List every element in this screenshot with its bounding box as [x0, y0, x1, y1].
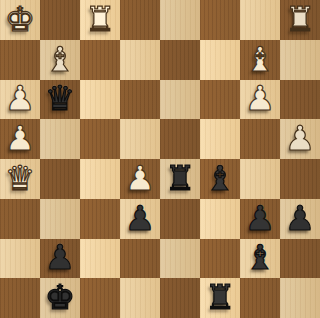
piece-white-bishop: ♝ — [245, 42, 275, 76]
square-h7[interactable] — [280, 40, 320, 80]
square-a8[interactable]: ♚ — [0, 0, 40, 40]
square-g2[interactable]: ♝ — [240, 239, 280, 279]
square-h3[interactable]: ♟ — [280, 199, 320, 239]
piece-black-rook: ♜ — [165, 161, 195, 195]
square-c2[interactable] — [80, 239, 120, 279]
square-g5[interactable] — [240, 119, 280, 159]
square-f2[interactable] — [200, 239, 240, 279]
square-a2[interactable] — [0, 239, 40, 279]
square-c5[interactable] — [80, 119, 120, 159]
square-b1[interactable]: ♚ — [40, 278, 80, 318]
piece-white-pawn: ♟ — [5, 81, 35, 115]
square-a7[interactable] — [0, 40, 40, 80]
piece-black-bishop: ♝ — [205, 161, 235, 195]
square-c7[interactable] — [80, 40, 120, 80]
square-a5[interactable]: ♟ — [0, 119, 40, 159]
square-a3[interactable] — [0, 199, 40, 239]
square-e2[interactable] — [160, 239, 200, 279]
piece-white-pawn: ♟ — [285, 121, 315, 155]
piece-white-pawn: ♟ — [5, 121, 35, 155]
square-h2[interactable] — [280, 239, 320, 279]
piece-white-queen: ♛ — [5, 161, 35, 195]
square-d5[interactable] — [120, 119, 160, 159]
piece-white-rook: ♜ — [285, 2, 315, 36]
square-d4[interactable]: ♟ — [120, 159, 160, 199]
piece-black-bishop: ♝ — [245, 240, 275, 274]
chess-board: ♚♜♜♝♝♟♛♟♟♟♛♟♜♝♟♟♟♟♝♚♜ — [0, 0, 320, 318]
square-e8[interactable] — [160, 0, 200, 40]
screenshot-root: ♚♜♜♝♝♟♛♟♟♟♛♟♜♝♟♟♟♟♝♚♜ — [0, 0, 320, 318]
square-d6[interactable] — [120, 80, 160, 120]
square-b8[interactable] — [40, 0, 80, 40]
square-a4[interactable]: ♛ — [0, 159, 40, 199]
square-f8[interactable] — [200, 0, 240, 40]
square-d2[interactable] — [120, 239, 160, 279]
square-h4[interactable] — [280, 159, 320, 199]
piece-black-pawn: ♟ — [45, 240, 75, 274]
square-h6[interactable] — [280, 80, 320, 120]
piece-black-pawn: ♟ — [125, 201, 155, 235]
square-f4[interactable]: ♝ — [200, 159, 240, 199]
square-e4[interactable]: ♜ — [160, 159, 200, 199]
square-a1[interactable] — [0, 278, 40, 318]
square-b6[interactable]: ♛ — [40, 80, 80, 120]
square-h5[interactable]: ♟ — [280, 119, 320, 159]
square-h1[interactable] — [280, 278, 320, 318]
square-d7[interactable] — [120, 40, 160, 80]
square-e1[interactable] — [160, 278, 200, 318]
square-g3[interactable]: ♟ — [240, 199, 280, 239]
square-c3[interactable] — [80, 199, 120, 239]
square-c1[interactable] — [80, 278, 120, 318]
square-c4[interactable] — [80, 159, 120, 199]
piece-white-rook: ♜ — [85, 2, 115, 36]
square-f6[interactable] — [200, 80, 240, 120]
piece-white-pawn: ♟ — [245, 81, 275, 115]
piece-white-king: ♚ — [5, 2, 35, 36]
square-b7[interactable]: ♝ — [40, 40, 80, 80]
square-f1[interactable]: ♜ — [200, 278, 240, 318]
square-h8[interactable]: ♜ — [280, 0, 320, 40]
square-f3[interactable] — [200, 199, 240, 239]
square-g6[interactable]: ♟ — [240, 80, 280, 120]
square-e5[interactable] — [160, 119, 200, 159]
square-d1[interactable] — [120, 278, 160, 318]
piece-black-rook: ♜ — [205, 280, 235, 314]
square-e3[interactable] — [160, 199, 200, 239]
square-g1[interactable] — [240, 278, 280, 318]
square-e7[interactable] — [160, 40, 200, 80]
piece-white-bishop: ♝ — [45, 42, 75, 76]
square-c6[interactable] — [80, 80, 120, 120]
piece-black-pawn: ♟ — [285, 201, 315, 235]
square-g8[interactable] — [240, 0, 280, 40]
piece-black-queen: ♛ — [45, 81, 75, 115]
square-e6[interactable] — [160, 80, 200, 120]
square-b4[interactable] — [40, 159, 80, 199]
square-d3[interactable]: ♟ — [120, 199, 160, 239]
square-b2[interactable]: ♟ — [40, 239, 80, 279]
square-f7[interactable] — [200, 40, 240, 80]
square-a6[interactable]: ♟ — [0, 80, 40, 120]
piece-white-pawn: ♟ — [125, 161, 155, 195]
square-f5[interactable] — [200, 119, 240, 159]
square-g4[interactable] — [240, 159, 280, 199]
square-c8[interactable]: ♜ — [80, 0, 120, 40]
square-b5[interactable] — [40, 119, 80, 159]
square-d8[interactable] — [120, 0, 160, 40]
square-b3[interactable] — [40, 199, 80, 239]
piece-black-king: ♚ — [45, 280, 75, 314]
square-g7[interactable]: ♝ — [240, 40, 280, 80]
piece-black-pawn: ♟ — [245, 201, 275, 235]
